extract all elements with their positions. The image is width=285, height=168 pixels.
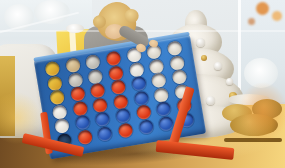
- cell-r6c5: [135, 118, 158, 136]
- window-glare: [0, 30, 285, 32]
- cell-r6c4: [114, 121, 137, 139]
- cell-r6c3: [94, 125, 117, 143]
- red-disc: [117, 122, 133, 138]
- warm-glow-right: [238, 82, 285, 142]
- tree-ornament: [196, 38, 205, 47]
- tree-ornament-gold: [201, 55, 207, 61]
- cell-r6c2: [74, 128, 97, 146]
- tree-ornament: [214, 62, 222, 70]
- light-bokeh: [256, 2, 269, 15]
- blue-disc: [97, 126, 113, 142]
- light-bokeh: [272, 11, 282, 21]
- red-disc: [77, 129, 93, 145]
- photo-scene: [0, 0, 285, 168]
- light-bokeh: [248, 18, 255, 25]
- blue-disc: [138, 119, 154, 135]
- tree-ornament: [226, 78, 233, 85]
